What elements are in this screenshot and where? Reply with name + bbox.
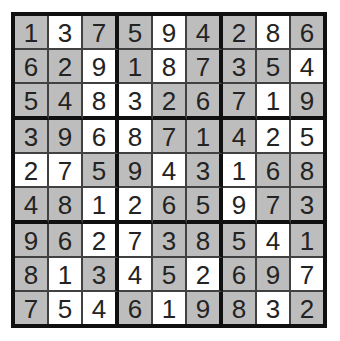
- cell-digit: 9: [128, 158, 142, 184]
- cell-r8c7[interactable]: 6: [223, 258, 257, 292]
- cell-r4c5[interactable]: 7: [153, 120, 187, 154]
- cell-r4c7[interactable]: 4: [223, 120, 257, 154]
- cell-r2c1[interactable]: 6: [15, 50, 49, 84]
- cell-r7c6[interactable]: 8: [187, 224, 223, 258]
- cell-digit: 3: [300, 192, 314, 218]
- cell-r6c1[interactable]: 4: [15, 188, 49, 224]
- cell-r4c1[interactable]: 3: [15, 120, 49, 154]
- cell-r6c2[interactable]: 8: [49, 188, 83, 224]
- cell-digit: 9: [92, 54, 106, 80]
- cell-digit: 8: [196, 228, 210, 254]
- cell-digit: 6: [162, 192, 176, 218]
- cell-digit: 8: [266, 20, 280, 46]
- cell-digit: 4: [162, 158, 176, 184]
- cell-r9c8[interactable]: 3: [257, 292, 291, 324]
- cell-digit: 1: [24, 20, 38, 46]
- cell-r6c9[interactable]: 3: [291, 188, 323, 224]
- cell-digit: 6: [92, 124, 106, 150]
- cell-digit: 1: [92, 192, 106, 218]
- cell-r7c5[interactable]: 3: [153, 224, 187, 258]
- cell-digit: 9: [232, 192, 246, 218]
- cell-r6c4[interactable]: 2: [119, 188, 153, 224]
- cell-digit: 4: [232, 124, 246, 150]
- cell-digit: 5: [162, 262, 176, 288]
- cell-r5c4[interactable]: 9: [119, 154, 153, 188]
- cell-r1c7[interactable]: 2: [223, 16, 257, 50]
- cell-digit: 8: [128, 124, 142, 150]
- cell-digit: 9: [162, 20, 176, 46]
- cell-r8c6[interactable]: 2: [187, 258, 223, 292]
- cell-digit: 8: [92, 88, 106, 114]
- cell-r1c1[interactable]: 1: [15, 16, 49, 50]
- cell-digit: 6: [300, 20, 314, 46]
- cell-digit: 3: [24, 124, 38, 150]
- cell-digit: 5: [232, 228, 246, 254]
- cell-r8c9[interactable]: 7: [291, 258, 323, 292]
- cell-r1c2[interactable]: 3: [49, 16, 83, 50]
- cell-r2c8[interactable]: 5: [257, 50, 291, 84]
- cell-digit: 3: [266, 296, 280, 322]
- cell-r3c6[interactable]: 6: [187, 84, 223, 120]
- board-row-3: 548326719: [15, 84, 323, 120]
- cell-digit: 7: [58, 158, 72, 184]
- cell-digit: 1: [58, 262, 72, 288]
- cell-digit: 7: [128, 228, 142, 254]
- cell-digit: 7: [92, 20, 106, 46]
- cell-r2c6[interactable]: 7: [187, 50, 223, 84]
- cell-r4c2[interactable]: 9: [49, 120, 83, 154]
- cell-digit: 8: [24, 262, 38, 288]
- cell-r4c3[interactable]: 6: [83, 120, 119, 154]
- cell-digit: 2: [24, 158, 38, 184]
- cell-r8c4[interactable]: 4: [119, 258, 153, 292]
- cell-r3c7[interactable]: 7: [223, 84, 257, 120]
- cell-digit: 9: [300, 88, 314, 114]
- cell-digit: 4: [128, 262, 142, 288]
- cell-r7c9[interactable]: 1: [291, 224, 323, 258]
- cell-digit: 7: [162, 124, 176, 150]
- cell-digit: 3: [196, 158, 210, 184]
- cell-digit: 5: [58, 296, 72, 322]
- cell-r1c3[interactable]: 7: [83, 16, 119, 50]
- cell-digit: 8: [58, 192, 72, 218]
- cell-r9c2[interactable]: 5: [49, 292, 83, 324]
- cell-digit: 8: [300, 158, 314, 184]
- cell-digit: 3: [58, 20, 72, 46]
- cell-r3c4[interactable]: 3: [119, 84, 153, 120]
- board-row-2: 629187354: [15, 50, 323, 84]
- cell-digit: 8: [162, 54, 176, 80]
- cell-digit: 9: [24, 228, 38, 254]
- cell-digit: 2: [162, 88, 176, 114]
- cell-digit: 1: [162, 296, 176, 322]
- cell-digit: 9: [266, 262, 280, 288]
- cell-digit: 4: [300, 54, 314, 80]
- cell-digit: 7: [232, 88, 246, 114]
- cell-digit: 7: [196, 54, 210, 80]
- cell-digit: 5: [24, 88, 38, 114]
- cell-r9c3[interactable]: 4: [83, 292, 119, 324]
- cell-digit: 3: [232, 54, 246, 80]
- cell-digit: 2: [300, 296, 314, 322]
- cell-r9c5[interactable]: 1: [153, 292, 187, 324]
- cell-r7c4[interactable]: 7: [119, 224, 153, 258]
- cell-digit: 4: [266, 228, 280, 254]
- cell-digit: 6: [196, 88, 210, 114]
- cell-digit: 9: [58, 124, 72, 150]
- board-row-8: 813452697: [15, 258, 323, 292]
- cell-digit: 7: [266, 192, 280, 218]
- board-row-4: 396871425: [15, 120, 323, 154]
- cell-digit: 6: [232, 262, 246, 288]
- board-row-1: 137594286: [15, 16, 323, 50]
- sudoku-board: 1375942866291873545483267193968714252759…: [11, 12, 327, 328]
- cell-r2c2[interactable]: 2: [49, 50, 83, 84]
- cell-digit: 2: [58, 54, 72, 80]
- cell-r7c8[interactable]: 4: [257, 224, 291, 258]
- cell-r2c5[interactable]: 8: [153, 50, 187, 84]
- cell-r1c5[interactable]: 9: [153, 16, 187, 50]
- cell-r5c8[interactable]: 6: [257, 154, 291, 188]
- cell-r2c3[interactable]: 9: [83, 50, 119, 84]
- cell-r5c7[interactable]: 1: [223, 154, 257, 188]
- cell-r1c9[interactable]: 6: [291, 16, 323, 50]
- cell-r7c2[interactable]: 6: [49, 224, 83, 258]
- cell-r7c1[interactable]: 9: [15, 224, 49, 258]
- cell-digit: 2: [92, 228, 106, 254]
- cell-r9c1[interactable]: 7: [15, 292, 49, 324]
- cell-r3c3[interactable]: 8: [83, 84, 119, 120]
- cell-r4c6[interactable]: 1: [187, 120, 223, 154]
- cell-r4c4[interactable]: 8: [119, 120, 153, 154]
- cell-r6c7[interactable]: 9: [223, 188, 257, 224]
- cell-digit: 6: [58, 228, 72, 254]
- cell-digit: 7: [300, 262, 314, 288]
- cell-digit: 4: [24, 192, 38, 218]
- cell-r2c4[interactable]: 1: [119, 50, 153, 84]
- cell-digit: 3: [162, 228, 176, 254]
- cell-digit: 2: [128, 192, 142, 218]
- cell-digit: 1: [196, 124, 210, 150]
- cell-digit: 6: [24, 54, 38, 80]
- page: 1375942866291873545483267193968714252759…: [0, 0, 340, 341]
- cell-digit: 1: [232, 158, 246, 184]
- cell-r3c1[interactable]: 5: [15, 84, 49, 120]
- cell-r9c7[interactable]: 8: [223, 292, 257, 324]
- cell-r4c9[interactable]: 5: [291, 120, 323, 154]
- cell-digit: 4: [92, 296, 106, 322]
- cell-r1c8[interactable]: 8: [257, 16, 291, 50]
- cell-r8c2[interactable]: 1: [49, 258, 83, 292]
- cell-r5c1[interactable]: 2: [15, 154, 49, 188]
- cell-digit: 1: [128, 54, 142, 80]
- cell-r9c6[interactable]: 9: [187, 292, 223, 324]
- cell-r7c7[interactable]: 5: [223, 224, 257, 258]
- cell-r5c6[interactable]: 3: [187, 154, 223, 188]
- board-row-7: 962738541: [15, 224, 323, 258]
- cell-digit: 6: [266, 158, 280, 184]
- cell-r3c2[interactable]: 4: [49, 84, 83, 120]
- cell-digit: 2: [266, 124, 280, 150]
- cell-digit: 7: [24, 296, 38, 322]
- cell-r6c5[interactable]: 6: [153, 188, 187, 224]
- cell-digit: 9: [196, 296, 210, 322]
- cell-digit: 3: [92, 262, 106, 288]
- cell-r6c8[interactable]: 7: [257, 188, 291, 224]
- cell-r8c1[interactable]: 8: [15, 258, 49, 292]
- cell-r8c8[interactable]: 9: [257, 258, 291, 292]
- cell-r1c6[interactable]: 4: [187, 16, 223, 50]
- cell-r5c5[interactable]: 4: [153, 154, 187, 188]
- board-row-5: 275943168: [15, 154, 323, 188]
- cell-r9c4[interactable]: 6: [119, 292, 153, 324]
- cell-digit: 4: [196, 20, 210, 46]
- cell-digit: 2: [232, 20, 246, 46]
- cell-r4c8[interactable]: 2: [257, 120, 291, 154]
- cell-digit: 5: [196, 192, 210, 218]
- cell-r9c9[interactable]: 2: [291, 292, 323, 324]
- cell-digit: 1: [266, 88, 280, 114]
- cell-r6c3[interactable]: 1: [83, 188, 119, 224]
- cell-r5c3[interactable]: 5: [83, 154, 119, 188]
- cell-digit: 4: [58, 88, 72, 114]
- cell-digit: 3: [128, 88, 142, 114]
- cell-digit: 5: [266, 54, 280, 80]
- cell-r5c2[interactable]: 7: [49, 154, 83, 188]
- cell-r8c5[interactable]: 5: [153, 258, 187, 292]
- cell-digit: 5: [300, 124, 314, 150]
- cell-digit: 5: [128, 20, 142, 46]
- cell-r8c3[interactable]: 3: [83, 258, 119, 292]
- board-row-9: 754619832: [15, 292, 323, 324]
- cell-r1c4[interactable]: 5: [119, 16, 153, 50]
- cell-r2c7[interactable]: 3: [223, 50, 257, 84]
- cell-digit: 2: [196, 262, 210, 288]
- cell-digit: 1: [300, 228, 314, 254]
- cell-r3c5[interactable]: 2: [153, 84, 187, 120]
- cell-digit: 8: [232, 296, 246, 322]
- cell-r2c9[interactable]: 4: [291, 50, 323, 84]
- cell-r3c8[interactable]: 1: [257, 84, 291, 120]
- cell-r5c9[interactable]: 8: [291, 154, 323, 188]
- board-row-6: 481265973: [15, 188, 323, 224]
- cell-digit: 5: [92, 158, 106, 184]
- cell-digit: 6: [128, 296, 142, 322]
- cell-r7c3[interactable]: 2: [83, 224, 119, 258]
- cell-r6c6[interactable]: 5: [187, 188, 223, 224]
- cell-r3c9[interactable]: 9: [291, 84, 323, 120]
